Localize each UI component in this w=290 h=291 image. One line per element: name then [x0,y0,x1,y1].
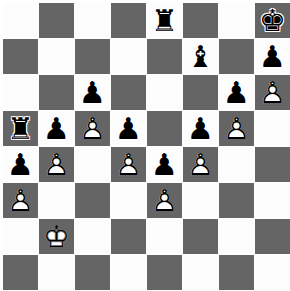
piece-black-rook: ♜ [7,111,34,146]
square-h3[interactable] [255,183,290,218]
square-d8[interactable] [111,3,146,38]
white-pawn-outline: ♙ [111,147,146,182]
square-d5[interactable]: ♟ [111,111,146,146]
square-a6[interactable] [3,75,38,110]
square-h5[interactable] [255,111,290,146]
square-g5[interactable]: ♟♙ [219,111,254,146]
white-pawn-outline: ♙ [39,147,74,182]
square-b4[interactable]: ♟♙ [39,147,74,182]
square-d6[interactable] [111,75,146,110]
square-e1[interactable] [147,255,182,290]
square-b8[interactable] [39,3,74,38]
square-a5[interactable]: ♜ [3,111,38,146]
square-g7[interactable] [219,39,254,74]
square-e6[interactable] [147,75,182,110]
piece-black-pawn: ♟ [43,111,70,146]
square-b2[interactable]: ♚♔ [39,219,74,254]
square-h2[interactable] [255,219,290,254]
square-b5[interactable]: ♟ [39,111,74,146]
square-c1[interactable] [75,255,110,290]
square-h6[interactable]: ♟♙ [255,75,290,110]
piece-white-pawn: ♟♙ [3,183,38,218]
piece-white-pawn: ♟♙ [39,147,74,182]
square-d1[interactable] [111,255,146,290]
square-b1[interactable] [39,255,74,290]
square-h1[interactable] [255,255,290,290]
piece-white-pawn: ♟♙ [219,111,254,146]
piece-black-king: ♚ [259,3,286,38]
square-g3[interactable] [219,183,254,218]
square-a4[interactable]: ♟ [3,147,38,182]
piece-black-pawn: ♟ [7,147,34,182]
white-pawn-outline: ♙ [255,75,290,110]
square-f1[interactable] [183,255,218,290]
piece-black-pawn: ♟ [223,75,250,110]
piece-black-pawn: ♟ [187,111,214,146]
square-a2[interactable] [3,219,38,254]
square-g8[interactable] [219,3,254,38]
piece-white-pawn: ♟♙ [75,111,110,146]
square-b7[interactable] [39,39,74,74]
square-c7[interactable] [75,39,110,74]
square-h8[interactable]: ♚ [255,3,290,38]
square-e7[interactable] [147,39,182,74]
white-pawn-outline: ♙ [147,183,182,218]
piece-black-pawn: ♟ [115,111,142,146]
square-e8[interactable]: ♜ [147,3,182,38]
white-king-outline: ♔ [39,219,74,254]
square-e2[interactable] [147,219,182,254]
piece-white-king: ♚♔ [39,219,74,254]
white-pawn-outline: ♙ [183,147,218,182]
square-h7[interactable]: ♟ [255,39,290,74]
piece-black-pawn: ♟ [79,75,106,110]
square-f5[interactable]: ♟ [183,111,218,146]
square-b3[interactable] [39,183,74,218]
square-e5[interactable] [147,111,182,146]
square-a7[interactable] [3,39,38,74]
piece-white-pawn: ♟♙ [255,75,290,110]
square-f7[interactable]: ♝ [183,39,218,74]
piece-white-pawn: ♟♙ [147,183,182,218]
square-a8[interactable] [3,3,38,38]
piece-white-pawn: ♟♙ [183,147,218,182]
white-pawn-outline: ♙ [219,111,254,146]
chess-board: ♜♚♝♟♟♟♟♙♜♟♟♙♟♟♟♙♟♟♙♟♙♟♟♙♟♙♟♙♚♔ [3,3,290,290]
square-a1[interactable] [3,255,38,290]
piece-black-pawn: ♟ [151,147,178,182]
piece-black-bishop: ♝ [187,39,214,74]
square-c3[interactable] [75,183,110,218]
piece-black-pawn: ♟ [259,39,286,74]
square-g4[interactable] [219,147,254,182]
square-d3[interactable] [111,183,146,218]
square-h4[interactable] [255,147,290,182]
square-c6[interactable]: ♟ [75,75,110,110]
square-g1[interactable] [219,255,254,290]
square-g2[interactable] [219,219,254,254]
square-c4[interactable] [75,147,110,182]
square-e3[interactable]: ♟♙ [147,183,182,218]
square-f8[interactable] [183,3,218,38]
square-g6[interactable]: ♟ [219,75,254,110]
square-f4[interactable]: ♟♙ [183,147,218,182]
square-a3[interactable]: ♟♙ [3,183,38,218]
white-pawn-outline: ♙ [75,111,110,146]
square-f2[interactable] [183,219,218,254]
white-pawn-outline: ♙ [3,183,38,218]
square-d7[interactable] [111,39,146,74]
square-c5[interactable]: ♟♙ [75,111,110,146]
square-f3[interactable] [183,183,218,218]
square-c2[interactable] [75,219,110,254]
square-d2[interactable] [111,219,146,254]
square-d4[interactable]: ♟♙ [111,147,146,182]
piece-white-pawn: ♟♙ [111,147,146,182]
piece-black-rook: ♜ [151,3,178,38]
square-c8[interactable] [75,3,110,38]
square-e4[interactable]: ♟ [147,147,182,182]
square-f6[interactable] [183,75,218,110]
square-b6[interactable] [39,75,74,110]
